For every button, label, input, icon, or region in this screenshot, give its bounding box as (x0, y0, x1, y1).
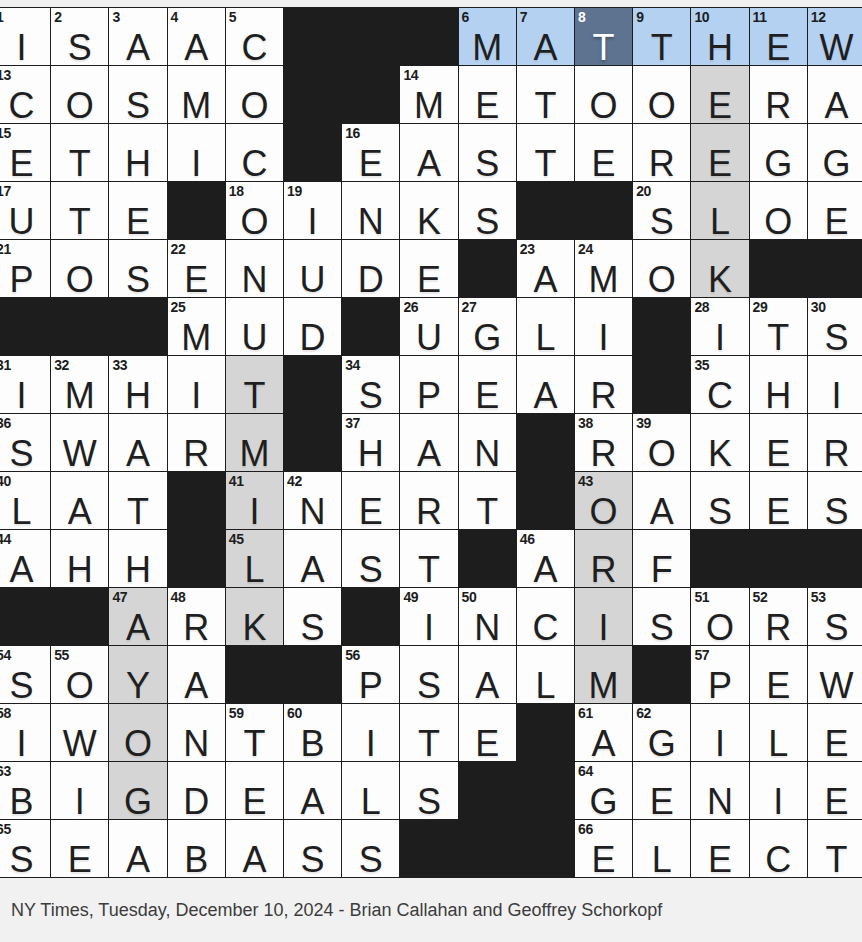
cell-r8c14[interactable]: E (750, 414, 807, 471)
cell-r6c13[interactable]: 28I (691, 298, 748, 355)
cell-letter: L (342, 784, 399, 820)
cell-r15c14[interactable]: C (750, 820, 807, 877)
cell-r6c9[interactable]: 27G (459, 298, 516, 355)
cell-letter: A (517, 262, 574, 298)
cell-letter: I (808, 378, 862, 414)
cell-r11c8[interactable]: 49I (400, 588, 457, 645)
cell-r11c4[interactable]: 48R (168, 588, 225, 645)
cell-r13c11[interactable]: 61A (575, 704, 632, 761)
cell-r13c5[interactable]: 59T (226, 704, 283, 761)
clue-number-17: 17 (0, 183, 11, 199)
cell-letter: R (750, 88, 807, 124)
clue-number-48: 48 (171, 589, 186, 605)
cell-r11c5[interactable]: K (226, 588, 283, 645)
cell-letter: E (575, 146, 632, 182)
cell-r6c10[interactable]: L (517, 298, 574, 355)
clue-number-54: 54 (0, 647, 11, 663)
black-cell-r5c14 (750, 240, 807, 297)
cell-letter: S (459, 204, 516, 240)
cell-r13c7[interactable]: I (342, 704, 399, 761)
cell-letter: I (0, 726, 50, 762)
clue-number-60: 60 (287, 705, 302, 721)
cell-letter: G (633, 726, 690, 762)
cell-r4c9[interactable]: S (459, 182, 516, 239)
cell-r10c10[interactable]: 46A (517, 530, 574, 587)
cell-letter: A (400, 146, 457, 182)
cell-r7c14[interactable]: H (750, 356, 807, 413)
cell-r12c7[interactable]: 56P (342, 646, 399, 703)
cell-r14c15[interactable]: E (808, 762, 862, 819)
cell-letter: T (400, 726, 457, 762)
cell-letter: E (633, 784, 690, 820)
cell-letter: E (808, 784, 862, 820)
cell-r5c11[interactable]: 24M (575, 240, 632, 297)
cell-letter: R (400, 494, 457, 530)
cell-r3c11[interactable]: E (575, 124, 632, 181)
cell-letter: T (459, 494, 516, 530)
cell-letter: I (691, 320, 748, 356)
cell-r2c15[interactable]: A (808, 66, 862, 123)
cell-letter: N (284, 494, 341, 530)
cell-letter: E (342, 146, 399, 182)
cell-letter: K (691, 436, 748, 472)
cell-r2c2[interactable]: O (51, 66, 108, 123)
cell-r9c12[interactable]: A (633, 472, 690, 529)
black-cell-r15c9 (459, 820, 516, 877)
cell-r3c10[interactable]: T (517, 124, 574, 181)
cell-r1c1[interactable]: 1I (0, 8, 50, 65)
cell-letter: I (226, 494, 283, 530)
cell-letter: R (575, 378, 632, 414)
cell-letter: E (691, 88, 748, 124)
cell-letter: I (575, 320, 632, 356)
cell-r11c12[interactable]: S (633, 588, 690, 645)
cell-r9c9[interactable]: T (459, 472, 516, 529)
clue-number-20: 20 (636, 183, 651, 199)
cell-r3c7[interactable]: 16E (342, 124, 399, 181)
cell-r3c2[interactable]: T (51, 124, 108, 181)
cell-r3c12[interactable]: R (633, 124, 690, 181)
cell-r2c10[interactable]: T (517, 66, 574, 123)
cell-r12c15[interactable]: W (808, 646, 862, 703)
black-cell-r5c15 (808, 240, 862, 297)
cell-r8c12[interactable]: 39O (633, 414, 690, 471)
cell-r2c11[interactable]: O (575, 66, 632, 123)
cell-r1c9[interactable]: 6M (459, 8, 516, 65)
cell-r6c8[interactable]: 26U (400, 298, 457, 355)
cell-r3c4[interactable]: I (168, 124, 225, 181)
cell-r14c3[interactable]: G (109, 762, 166, 819)
clue-number-50: 50 (462, 589, 477, 605)
cell-r1c2[interactable]: 2S (51, 8, 108, 65)
cell-letter: I (0, 378, 50, 414)
black-cell-r5c9 (459, 240, 516, 297)
cell-letter: T (517, 146, 574, 182)
cell-letter: S (0, 668, 50, 704)
black-cell-r13c10 (517, 704, 574, 761)
cell-r12c4[interactable]: A (168, 646, 225, 703)
cell-r1c10[interactable]: 7A (517, 8, 574, 65)
clue-number-46: 46 (520, 531, 535, 547)
cell-letter: T (750, 320, 807, 356)
cell-r1c5[interactable]: 5C (226, 8, 283, 65)
cell-r7c1[interactable]: 31I (0, 356, 50, 413)
cell-r2c12[interactable]: O (633, 66, 690, 123)
cell-r7c2[interactable]: 32M (51, 356, 108, 413)
cell-letter: P (342, 668, 399, 704)
clue-number-26: 26 (403, 299, 418, 315)
clue-number-19: 19 (287, 183, 302, 199)
cell-r2c8[interactable]: 14M (400, 66, 457, 123)
cell-r12c14[interactable]: E (750, 646, 807, 703)
cell-r6c4[interactable]: 25M (168, 298, 225, 355)
clue-number-15: 15 (0, 125, 11, 141)
black-cell-r15c10 (517, 820, 574, 877)
cell-letter: S (0, 842, 50, 878)
cell-letter: I (168, 378, 225, 414)
cell-letter: N (691, 784, 748, 820)
cell-r13c1[interactable]: 58I (0, 704, 50, 761)
clue-number-53: 53 (811, 589, 826, 605)
cell-r4c2[interactable]: T (51, 182, 108, 239)
cell-r7c13[interactable]: 35C (691, 356, 748, 413)
clue-number-5: 5 (229, 9, 236, 25)
cell-r2c14[interactable]: R (750, 66, 807, 123)
cell-r13c14[interactable]: L (750, 704, 807, 761)
cell-r4c1[interactable]: 17U (0, 182, 50, 239)
cell-r15c12[interactable]: L (633, 820, 690, 877)
cell-letter: N (459, 610, 516, 646)
cell-r7c9[interactable]: E (459, 356, 516, 413)
cell-r8c5[interactable]: M (226, 414, 283, 471)
cell-r1c13[interactable]: 10H (691, 8, 748, 65)
cell-r15c11[interactable]: 66E (575, 820, 632, 877)
cell-r9c15[interactable]: S (808, 472, 862, 529)
cell-r7c15[interactable]: I (808, 356, 862, 413)
clue-number-16: 16 (345, 125, 360, 141)
cell-r6c15[interactable]: 30S (808, 298, 862, 355)
cell-r4c15[interactable]: E (808, 182, 862, 239)
cell-r10c3[interactable]: H (109, 530, 166, 587)
cell-r13c8[interactable]: T (400, 704, 457, 761)
black-cell-r14c9 (459, 762, 516, 819)
cell-r7c7[interactable]: 34S (342, 356, 399, 413)
cell-r14c5[interactable]: E (226, 762, 283, 819)
cell-r9c5[interactable]: 41I (226, 472, 283, 529)
cell-r12c2[interactable]: 55O (51, 646, 108, 703)
cell-letter: L (517, 668, 574, 704)
cell-r14c7[interactable]: L (342, 762, 399, 819)
cell-r5c8[interactable]: E (400, 240, 457, 297)
cell-letter: I (575, 610, 632, 646)
cell-r3c1[interactable]: 15E (0, 124, 50, 181)
cell-letter: C (226, 30, 283, 66)
cell-r4c14[interactable]: O (750, 182, 807, 239)
cell-r12c13[interactable]: 57P (691, 646, 748, 703)
cell-r1c3[interactable]: 3A (109, 8, 166, 65)
cell-r9c2[interactable]: A (51, 472, 108, 529)
cell-r6c5[interactable]: U (226, 298, 283, 355)
cell-letter: L (517, 320, 574, 356)
cell-r10c2[interactable]: H (51, 530, 108, 587)
cell-r14c6[interactable]: A (284, 762, 341, 819)
cell-letter: O (109, 726, 166, 762)
cell-letter: E (808, 204, 862, 240)
cell-r11c11[interactable]: I (575, 588, 632, 645)
cell-r8c9[interactable]: N (459, 414, 516, 471)
cell-r13c3[interactable]: O (109, 704, 166, 761)
cell-letter: D (342, 262, 399, 298)
cell-r9c11[interactable]: 43O (575, 472, 632, 529)
cell-r14c8[interactable]: S (400, 762, 457, 819)
black-cell-r9c4 (168, 472, 225, 529)
cell-r10c12[interactable]: F (633, 530, 690, 587)
cell-r8c8[interactable]: A (400, 414, 457, 471)
cell-r11c15[interactable]: 53S (808, 588, 862, 645)
cell-r10c11[interactable]: R (575, 530, 632, 587)
cell-letter: O (226, 88, 283, 124)
cell-r3c9[interactable]: S (459, 124, 516, 181)
cell-r12c1[interactable]: 54S (0, 646, 50, 703)
clue-number-23: 23 (520, 241, 535, 257)
cell-r14c13[interactable]: N (691, 762, 748, 819)
cell-r14c12[interactable]: E (633, 762, 690, 819)
cell-letter: W (808, 668, 862, 704)
cell-r12c3[interactable]: Y (109, 646, 166, 703)
cell-r11c13[interactable]: 51O (691, 588, 748, 645)
cell-r13c13[interactable]: I (691, 704, 748, 761)
cell-r9c7[interactable]: E (342, 472, 399, 529)
cell-r8c11[interactable]: 38R (575, 414, 632, 471)
cell-letter: S (284, 842, 341, 878)
cell-letter: E (109, 204, 166, 240)
cell-r5c12[interactable]: O (633, 240, 690, 297)
cell-r10c6[interactable]: A (284, 530, 341, 587)
cell-r2c1[interactable]: 13C (0, 66, 50, 123)
cell-r15c3[interactable]: A (109, 820, 166, 877)
cell-r10c7[interactable]: S (342, 530, 399, 587)
cell-r9c6[interactable]: 42N (284, 472, 341, 529)
cell-r4c7[interactable]: N (342, 182, 399, 239)
cell-letter: I (750, 784, 807, 820)
cell-r8c1[interactable]: 36S (0, 414, 50, 471)
cell-letter: A (517, 552, 574, 588)
cell-r13c12[interactable]: 62G (633, 704, 690, 761)
cell-r13c2[interactable]: W (51, 704, 108, 761)
cell-r7c11[interactable]: R (575, 356, 632, 413)
cell-r12c11[interactable]: M (575, 646, 632, 703)
clue-number-22: 22 (171, 241, 186, 257)
cell-r11c9[interactable]: 50N (459, 588, 516, 645)
black-cell-r7c6 (284, 356, 341, 413)
clue-number-39: 39 (636, 415, 651, 431)
clue-number-9: 9 (636, 9, 643, 25)
cell-letter: M (575, 668, 632, 704)
cell-r1c15[interactable]: 12W (808, 8, 862, 65)
cell-r5c10[interactable]: 23A (517, 240, 574, 297)
cell-r11c14[interactable]: 52R (750, 588, 807, 645)
cell-r6c6[interactable]: D (284, 298, 341, 355)
black-cell-r2c7 (342, 66, 399, 123)
cell-r13c6[interactable]: 60B (284, 704, 341, 761)
cell-r15c5[interactable]: A (226, 820, 283, 877)
cell-r5c3[interactable]: S (109, 240, 166, 297)
cell-letter: R (168, 610, 225, 646)
cell-r8c3[interactable]: A (109, 414, 166, 471)
cell-letter: F (633, 552, 690, 588)
cell-r4c12[interactable]: 20S (633, 182, 690, 239)
black-cell-r11c7 (342, 588, 399, 645)
cell-r7c10[interactable]: A (517, 356, 574, 413)
cell-r10c8[interactable]: T (400, 530, 457, 587)
cell-r12c8[interactable]: S (400, 646, 457, 703)
cell-r14c1[interactable]: 63B (0, 762, 50, 819)
cell-r15c2[interactable]: E (51, 820, 108, 877)
cell-r9c3[interactable]: T (109, 472, 166, 529)
cell-r9c13[interactable]: S (691, 472, 748, 529)
cell-r5c7[interactable]: D (342, 240, 399, 297)
cell-r1c4[interactable]: 4A (168, 8, 225, 65)
cell-r2c9[interactable]: E (459, 66, 516, 123)
cell-letter: R (168, 436, 225, 472)
cell-r7c8[interactable]: P (400, 356, 457, 413)
cell-letter: N (168, 726, 225, 762)
cell-r10c5[interactable]: 45L (226, 530, 283, 587)
cell-r4c3[interactable]: E (109, 182, 166, 239)
cell-r13c4[interactable]: N (168, 704, 225, 761)
cell-r2c3[interactable]: S (109, 66, 166, 123)
cell-r9c1[interactable]: 40L (0, 472, 50, 529)
cell-r15c13[interactable]: E (691, 820, 748, 877)
cell-r1c11[interactable]: 8T (575, 8, 632, 65)
cell-letter: T (109, 494, 166, 530)
cell-r11c10[interactable]: C (517, 588, 574, 645)
clue-number-2: 2 (54, 9, 61, 25)
cell-letter: A (51, 494, 108, 530)
clue-number-21: 21 (0, 241, 11, 257)
cell-r2c5[interactable]: O (226, 66, 283, 123)
cell-r9c8[interactable]: R (400, 472, 457, 529)
cell-r5c1[interactable]: 21P (0, 240, 50, 297)
cell-r3c13[interactable]: E (691, 124, 748, 181)
cell-r3c15[interactable]: G (808, 124, 862, 181)
cell-letter: I (400, 610, 457, 646)
cell-letter: P (691, 668, 748, 704)
cell-r7c3[interactable]: 33H (109, 356, 166, 413)
cell-r5c13[interactable]: K (691, 240, 748, 297)
cell-letter: U (226, 320, 283, 356)
cell-r5c6[interactable]: U (284, 240, 341, 297)
cell-r1c12[interactable]: 9T (633, 8, 690, 65)
cell-letter: D (168, 784, 225, 820)
cell-r4c6[interactable]: 19I (284, 182, 341, 239)
cell-letter: R (575, 552, 632, 588)
cell-r8c15[interactable]: R (808, 414, 862, 471)
cell-r14c11[interactable]: 64G (575, 762, 632, 819)
cell-r15c1[interactable]: 65S (0, 820, 50, 877)
cell-r7c5[interactable]: T (226, 356, 283, 413)
cell-r1c14[interactable]: 11E (750, 8, 807, 65)
cell-letter: O (51, 668, 108, 704)
cell-r14c4[interactable]: D (168, 762, 225, 819)
cell-letter: C (226, 146, 283, 182)
clue-number-29: 29 (753, 299, 768, 315)
cell-r12c10[interactable]: L (517, 646, 574, 703)
clue-number-35: 35 (694, 357, 709, 373)
cell-letter: N (226, 262, 283, 298)
cell-r14c14[interactable]: I (750, 762, 807, 819)
cell-r7c4[interactable]: I (168, 356, 225, 413)
cell-r15c6[interactable]: S (284, 820, 341, 877)
cell-r11c3[interactable]: 47A (109, 588, 166, 645)
cell-r8c2[interactable]: W (51, 414, 108, 471)
cell-r3c5[interactable]: C (226, 124, 283, 181)
cell-r6c11[interactable]: I (575, 298, 632, 355)
cell-r13c15[interactable]: E (808, 704, 862, 761)
cell-r5c5[interactable]: N (226, 240, 283, 297)
clue-number-62: 62 (636, 705, 651, 721)
cell-r4c5[interactable]: 18O (226, 182, 283, 239)
cell-letter: O (750, 204, 807, 240)
cell-letter: A (633, 494, 690, 530)
cell-letter: R (575, 436, 632, 472)
cell-r15c4[interactable]: B (168, 820, 225, 877)
cell-letter: W (51, 726, 108, 762)
clue-number-59: 59 (229, 705, 244, 721)
cell-r8c13[interactable]: K (691, 414, 748, 471)
cell-letter: R (750, 610, 807, 646)
cell-r3c14[interactable]: G (750, 124, 807, 181)
cell-letter: E (51, 842, 108, 878)
cell-letter: I (342, 726, 399, 762)
cell-letter: G (808, 146, 862, 182)
cell-r13c9[interactable]: E (459, 704, 516, 761)
cell-r8c7[interactable]: 37H (342, 414, 399, 471)
cell-r12c9[interactable]: A (459, 646, 516, 703)
cell-r3c3[interactable]: H (109, 124, 166, 181)
cell-letter: M (168, 320, 225, 356)
cell-letter: E (750, 436, 807, 472)
cell-r6c14[interactable]: 29T (750, 298, 807, 355)
puzzle-attribution-bar: NY Times, Tuesday, December 10, 2024 - B… (0, 878, 862, 942)
cell-letter: A (109, 610, 166, 646)
cell-r11c6[interactable]: S (284, 588, 341, 645)
cell-letter: L (0, 494, 50, 530)
cell-r2c13[interactable]: E (691, 66, 748, 123)
cell-letter: L (750, 726, 807, 762)
cell-letter: A (284, 552, 341, 588)
cell-r14c2[interactable]: I (51, 762, 108, 819)
cell-r4c13[interactable]: L (691, 182, 748, 239)
cell-r5c2[interactable]: O (51, 240, 108, 297)
cell-r15c15[interactable]: T (808, 820, 862, 877)
black-cell-r12c6 (284, 646, 341, 703)
cell-r4c8[interactable]: K (400, 182, 457, 239)
cell-r2c4[interactable]: M (168, 66, 225, 123)
cell-r8c4[interactable]: R (168, 414, 225, 471)
cell-r10c1[interactable]: 44A (0, 530, 50, 587)
cell-r3c8[interactable]: A (400, 124, 457, 181)
cell-r5c4[interactable]: 22E (168, 240, 225, 297)
cell-r9c14[interactable]: E (750, 472, 807, 529)
clue-number-4: 4 (171, 9, 178, 25)
cell-letter: T (633, 30, 690, 66)
cell-r15c7[interactable]: S (342, 820, 399, 877)
cell-letter: H (342, 436, 399, 472)
cell-letter: T (226, 378, 283, 414)
cell-letter: E (342, 494, 399, 530)
black-cell-r9c10 (517, 472, 574, 529)
